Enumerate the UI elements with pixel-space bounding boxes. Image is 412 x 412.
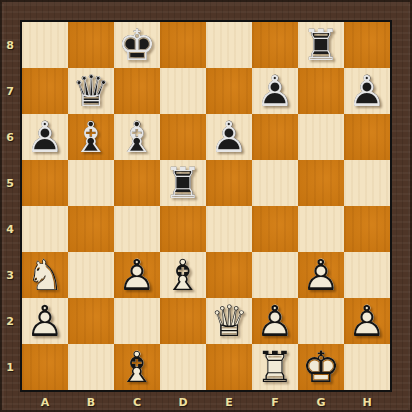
white-pawn-detail: ♙ — [344, 298, 390, 344]
white-bishop-detail: ♗ — [114, 344, 160, 390]
file-labels: ABCDEFGH — [22, 392, 390, 412]
square-d1[interactable] — [160, 344, 206, 390]
black-pawn-detail: ♙ — [252, 68, 298, 114]
white-pawn-detail: ♙ — [298, 252, 344, 298]
black-pawn[interactable]: ♟♙ — [22, 114, 68, 160]
square-c2[interactable] — [114, 298, 160, 344]
square-c3[interactable]: ♟♙ — [114, 252, 160, 298]
square-e8[interactable] — [206, 22, 252, 68]
black-pawn[interactable]: ♟♙ — [252, 68, 298, 114]
black-rook-detail: ♖ — [298, 22, 344, 68]
square-h8[interactable] — [344, 22, 390, 68]
square-f8[interactable] — [252, 22, 298, 68]
rank-label: 7 — [0, 68, 20, 114]
white-bishop[interactable]: ♝♗ — [114, 344, 160, 390]
white-pawn-detail: ♙ — [22, 298, 68, 344]
square-d8[interactable] — [160, 22, 206, 68]
square-h5[interactable] — [344, 160, 390, 206]
square-f5[interactable] — [252, 160, 298, 206]
black-king-detail: ♔ — [114, 22, 160, 68]
rank-label: 6 — [0, 114, 20, 160]
rank-label: 1 — [0, 344, 20, 390]
white-king[interactable]: ♚♔ — [298, 344, 344, 390]
square-g1[interactable]: ♚♔ — [298, 344, 344, 390]
square-e3[interactable] — [206, 252, 252, 298]
square-b8[interactable] — [68, 22, 114, 68]
square-d6[interactable] — [160, 114, 206, 160]
square-b4[interactable] — [68, 206, 114, 252]
file-label: F — [252, 392, 298, 412]
file-label: G — [298, 392, 344, 412]
board-frame: 87654321 ABCDEFGH ♚♔♜♖♛♕♟♙♟♙♟♙♝♗♝♗♟♙♜♖♞♘… — [0, 0, 412, 412]
black-bishop[interactable]: ♝♗ — [114, 114, 160, 160]
black-rook-detail: ♖ — [160, 160, 206, 206]
file-label: E — [206, 392, 252, 412]
square-d5[interactable]: ♜♖ — [160, 160, 206, 206]
white-rook[interactable]: ♜♖ — [252, 344, 298, 390]
white-queen[interactable]: ♛♕ — [206, 298, 252, 344]
square-a5[interactable] — [22, 160, 68, 206]
square-d7[interactable] — [160, 68, 206, 114]
chess-board: ♚♔♜♖♛♕♟♙♟♙♟♙♝♗♝♗♟♙♜♖♞♘♟♙♝♗♟♙♟♙♛♕♟♙♟♙♝♗♜♖… — [20, 20, 392, 392]
file-label: C — [114, 392, 160, 412]
white-king-detail: ♔ — [298, 344, 344, 390]
square-e6[interactable]: ♟♙ — [206, 114, 252, 160]
square-b2[interactable] — [68, 298, 114, 344]
file-label: D — [160, 392, 206, 412]
white-knight-detail: ♘ — [22, 252, 68, 298]
rank-label: 3 — [0, 252, 20, 298]
square-h2[interactable]: ♟♙ — [344, 298, 390, 344]
square-e7[interactable] — [206, 68, 252, 114]
file-label: H — [344, 392, 390, 412]
white-pawn-detail: ♙ — [252, 298, 298, 344]
rank-label: 2 — [0, 298, 20, 344]
square-c8[interactable]: ♚♔ — [114, 22, 160, 68]
square-b5[interactable] — [68, 160, 114, 206]
black-king[interactable]: ♚♔ — [114, 22, 160, 68]
black-rook[interactable]: ♜♖ — [160, 160, 206, 206]
square-a3[interactable]: ♞♘ — [22, 252, 68, 298]
square-b3[interactable] — [68, 252, 114, 298]
black-pawn-detail: ♙ — [344, 68, 390, 114]
file-label: B — [68, 392, 114, 412]
square-g2[interactable] — [298, 298, 344, 344]
square-g3[interactable]: ♟♙ — [298, 252, 344, 298]
black-bishop-detail: ♗ — [68, 114, 114, 160]
square-c1[interactable]: ♝♗ — [114, 344, 160, 390]
black-queen[interactable]: ♛♕ — [68, 68, 114, 114]
square-h7[interactable]: ♟♙ — [344, 68, 390, 114]
square-f4[interactable] — [252, 206, 298, 252]
rank-labels: 87654321 — [0, 22, 20, 390]
square-e1[interactable] — [206, 344, 252, 390]
square-c5[interactable] — [114, 160, 160, 206]
square-c6[interactable]: ♝♗ — [114, 114, 160, 160]
square-c7[interactable] — [114, 68, 160, 114]
square-g5[interactable] — [298, 160, 344, 206]
square-f6[interactable] — [252, 114, 298, 160]
black-bishop-detail: ♗ — [114, 114, 160, 160]
square-h3[interactable] — [344, 252, 390, 298]
square-a4[interactable] — [22, 206, 68, 252]
white-pawn[interactable]: ♟♙ — [114, 252, 160, 298]
square-d2[interactable] — [160, 298, 206, 344]
square-b1[interactable] — [68, 344, 114, 390]
black-queen-detail: ♕ — [68, 68, 114, 114]
rank-label: 4 — [0, 206, 20, 252]
square-a8[interactable] — [22, 22, 68, 68]
square-h4[interactable] — [344, 206, 390, 252]
black-pawn[interactable]: ♟♙ — [344, 68, 390, 114]
square-f7[interactable]: ♟♙ — [252, 68, 298, 114]
square-d4[interactable] — [160, 206, 206, 252]
square-a2[interactable]: ♟♙ — [22, 298, 68, 344]
square-f3[interactable] — [252, 252, 298, 298]
square-g4[interactable] — [298, 206, 344, 252]
square-e2[interactable]: ♛♕ — [206, 298, 252, 344]
square-a1[interactable] — [22, 344, 68, 390]
black-pawn[interactable]: ♟♙ — [206, 114, 252, 160]
square-g7[interactable] — [298, 68, 344, 114]
square-g8[interactable]: ♜♖ — [298, 22, 344, 68]
square-e5[interactable] — [206, 160, 252, 206]
square-a6[interactable]: ♟♙ — [22, 114, 68, 160]
white-pawn[interactable]: ♟♙ — [22, 298, 68, 344]
white-bishop[interactable]: ♝♗ — [160, 252, 206, 298]
white-knight[interactable]: ♞♘ — [22, 252, 68, 298]
black-pawn-detail: ♙ — [206, 114, 252, 160]
square-c4[interactable] — [114, 206, 160, 252]
square-g6[interactable] — [298, 114, 344, 160]
square-a7[interactable] — [22, 68, 68, 114]
square-h1[interactable] — [344, 344, 390, 390]
square-f1[interactable]: ♜♖ — [252, 344, 298, 390]
black-bishop[interactable]: ♝♗ — [68, 114, 114, 160]
square-b6[interactable]: ♝♗ — [68, 114, 114, 160]
square-d3[interactable]: ♝♗ — [160, 252, 206, 298]
square-h6[interactable] — [344, 114, 390, 160]
white-rook-detail: ♖ — [252, 344, 298, 390]
white-queen-detail: ♕ — [206, 298, 252, 344]
file-label: A — [22, 392, 68, 412]
square-f2[interactable]: ♟♙ — [252, 298, 298, 344]
rank-label: 8 — [0, 22, 20, 68]
square-b7[interactable]: ♛♕ — [68, 68, 114, 114]
square-e4[interactable] — [206, 206, 252, 252]
white-pawn[interactable]: ♟♙ — [344, 298, 390, 344]
white-pawn-detail: ♙ — [114, 252, 160, 298]
black-rook[interactable]: ♜♖ — [298, 22, 344, 68]
white-pawn[interactable]: ♟♙ — [252, 298, 298, 344]
black-pawn-detail: ♙ — [22, 114, 68, 160]
rank-label: 5 — [0, 160, 20, 206]
white-pawn[interactable]: ♟♙ — [298, 252, 344, 298]
white-bishop-detail: ♗ — [160, 252, 206, 298]
